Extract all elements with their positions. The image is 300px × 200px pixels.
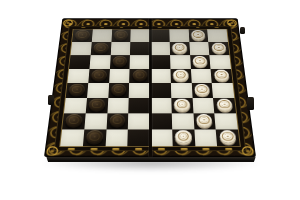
- square-r3f5[interactable]: [150, 55, 170, 69]
- dark-piece[interactable]: [112, 56, 127, 67]
- light-piece[interactable]: [211, 42, 226, 52]
- frame-tick-slot: [82, 147, 105, 150]
- square-r4f2[interactable]: [88, 69, 109, 83]
- frame-tick-slot: [169, 27, 188, 29]
- square-r5f5[interactable]: [150, 83, 171, 98]
- square-r7f1[interactable]: [62, 113, 85, 129]
- photo-background: [0, 0, 300, 200]
- frame-tick-slot: [150, 27, 169, 29]
- dark-piece[interactable]: [93, 42, 108, 52]
- light-piece[interactable]: [175, 130, 192, 143]
- square-r3f8[interactable]: [210, 55, 231, 69]
- light-piece[interactable]: [191, 30, 206, 40]
- square-r3f7[interactable]: [190, 55, 211, 69]
- square-r5f1[interactable]: [66, 83, 88, 98]
- light-piece[interactable]: [172, 42, 187, 52]
- top-frame-ticks: [74, 27, 227, 29]
- dark-piece[interactable]: [114, 30, 128, 40]
- square-r8f6[interactable]: [172, 129, 195, 146]
- square-r1f2[interactable]: [92, 29, 112, 42]
- dark-piece[interactable]: [65, 114, 82, 127]
- frame-tick-mark: [135, 148, 142, 150]
- side-clasp-right: [247, 97, 254, 110]
- square-r8f2[interactable]: [83, 129, 106, 146]
- square-r2f6[interactable]: [169, 42, 189, 55]
- frame-tick-slot: [60, 147, 83, 150]
- frame-tick-mark: [158, 27, 162, 28]
- dark-piece[interactable]: [132, 69, 147, 80]
- square-r8f3[interactable]: [105, 129, 128, 146]
- dark-piece[interactable]: [111, 84, 127, 96]
- square-r6f1[interactable]: [64, 98, 87, 113]
- square-r8f8[interactable]: [216, 129, 240, 146]
- frame-tick-mark: [196, 27, 200, 28]
- square-r1f6[interactable]: [169, 29, 189, 42]
- dark-piece[interactable]: [91, 69, 107, 80]
- dark-piece[interactable]: [89, 98, 105, 110]
- frame-tick-mark: [215, 27, 219, 28]
- square-r4f3[interactable]: [109, 69, 130, 83]
- frame-tick-mark: [119, 27, 123, 28]
- frame-tick-slot: [195, 147, 218, 150]
- frame-tick-slot: [172, 147, 195, 150]
- square-r3f6[interactable]: [170, 55, 191, 69]
- square-r4f7[interactable]: [190, 69, 211, 83]
- frame-tick-mark: [113, 148, 120, 150]
- frame-tick-mark: [158, 148, 165, 150]
- light-piece[interactable]: [173, 69, 188, 80]
- dark-piece[interactable]: [75, 30, 90, 40]
- light-piece[interactable]: [216, 98, 233, 110]
- dark-piece[interactable]: [86, 130, 103, 143]
- frame-tick-mark: [203, 148, 210, 150]
- square-r5f7[interactable]: [191, 83, 213, 98]
- square-r3f2[interactable]: [89, 55, 110, 69]
- frame-tick-mark: [68, 148, 75, 150]
- square-r3f1[interactable]: [69, 55, 90, 69]
- square-r6f6[interactable]: [171, 98, 193, 113]
- frame-tick-slot: [131, 27, 150, 29]
- square-r6f2[interactable]: [85, 98, 107, 113]
- frame-tick-slot: [188, 27, 207, 29]
- square-r7f3[interactable]: [106, 113, 128, 129]
- square-r4f1[interactable]: [67, 69, 89, 83]
- square-r7f4[interactable]: [128, 113, 150, 129]
- square-r6f5[interactable]: [150, 98, 172, 113]
- board-hinge: [149, 18, 152, 157]
- light-piece[interactable]: [194, 84, 210, 96]
- square-r5f3[interactable]: [108, 83, 129, 98]
- frame-tick-slot: [74, 27, 93, 29]
- dark-piece[interactable]: [69, 84, 85, 96]
- frame-tick-slot: [217, 147, 240, 150]
- square-r6f4[interactable]: [128, 98, 150, 113]
- square-r5f6[interactable]: [171, 83, 192, 98]
- frame-tick-mark: [81, 27, 85, 28]
- light-piece[interactable]: [192, 56, 207, 67]
- square-r3f4[interactable]: [130, 55, 150, 69]
- square-r6f3[interactable]: [107, 98, 129, 113]
- square-r1f5[interactable]: [150, 29, 169, 42]
- square-r5f8[interactable]: [212, 83, 234, 98]
- square-r1f3[interactable]: [111, 29, 131, 42]
- square-r7f5[interactable]: [150, 113, 172, 129]
- dark-piece[interactable]: [109, 114, 125, 127]
- square-r8f7[interactable]: [194, 129, 217, 146]
- square-r2f4[interactable]: [130, 42, 150, 55]
- square-r7f8[interactable]: [215, 113, 238, 129]
- frame-tick-mark: [177, 27, 181, 28]
- square-r2f3[interactable]: [110, 42, 130, 55]
- square-r4f4[interactable]: [129, 69, 150, 83]
- square-r7f6[interactable]: [172, 113, 194, 129]
- frame-tick-mark: [139, 27, 143, 28]
- frame-tick-slot: [127, 147, 150, 150]
- frame-tick-mark: [180, 148, 187, 150]
- light-piece[interactable]: [219, 130, 236, 143]
- square-r7f7[interactable]: [193, 113, 216, 129]
- square-r4f5[interactable]: [150, 69, 171, 83]
- square-r8f5[interactable]: [150, 129, 172, 146]
- light-piece[interactable]: [174, 98, 190, 110]
- square-r5f2[interactable]: [87, 83, 109, 98]
- square-r4f8[interactable]: [211, 69, 233, 83]
- square-r4f6[interactable]: [170, 69, 191, 83]
- square-r2f2[interactable]: [90, 42, 111, 55]
- square-r8f4[interactable]: [128, 129, 150, 146]
- square-r5f4[interactable]: [129, 83, 150, 98]
- square-r1f4[interactable]: [131, 29, 150, 42]
- frame-tick-slot: [150, 147, 173, 150]
- frame-tick-slot: [207, 27, 226, 29]
- square-r1f1[interactable]: [72, 29, 93, 42]
- checkers-board: [44, 18, 256, 157]
- square-r6f8[interactable]: [213, 98, 236, 113]
- frame-tick-mark: [100, 27, 104, 28]
- square-r6f7[interactable]: [192, 98, 214, 113]
- square-r2f8[interactable]: [208, 42, 229, 55]
- frame-tick-mark: [90, 148, 97, 150]
- bottom-frame-ticks: [60, 147, 241, 150]
- square-r2f1[interactable]: [71, 42, 92, 55]
- perspective-scene: [44, 18, 256, 157]
- corner-latch: [240, 27, 245, 34]
- side-clasp-left: [48, 95, 54, 105]
- light-piece[interactable]: [214, 69, 230, 80]
- frame-tick-mark: [225, 148, 232, 150]
- square-r1f8[interactable]: [207, 29, 228, 42]
- square-r3f3[interactable]: [110, 55, 131, 69]
- square-r2f5[interactable]: [150, 42, 170, 55]
- frame-tick-slot: [112, 27, 131, 29]
- frame-tick-slot: [105, 147, 128, 150]
- frame-tick-slot: [93, 27, 112, 29]
- square-r7f2[interactable]: [84, 113, 107, 129]
- square-r2f7[interactable]: [189, 42, 210, 55]
- square-r8f1[interactable]: [60, 129, 84, 146]
- light-piece[interactable]: [196, 114, 213, 127]
- square-r1f7[interactable]: [188, 29, 208, 42]
